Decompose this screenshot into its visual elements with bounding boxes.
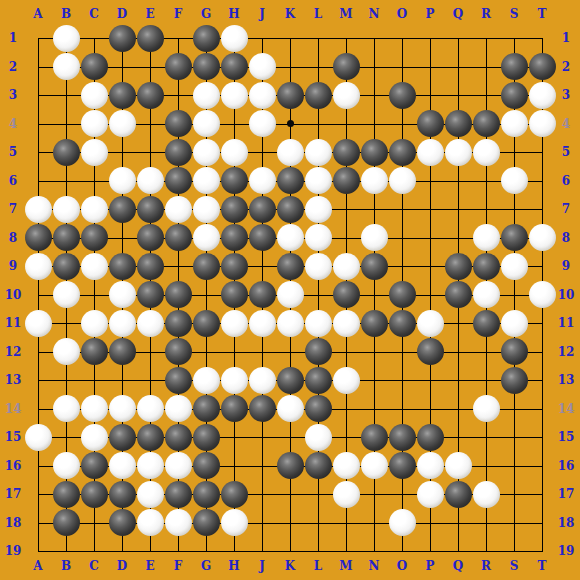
stone-white-E18[interactable] [137,509,164,536]
stone-white-T4[interactable] [529,110,556,137]
row-label-left-19: 19 [5,544,22,558]
row-label-right-13: 13 [558,373,575,387]
stone-black-E9[interactable] [137,253,164,280]
stone-black-G18[interactable] [193,509,220,536]
stone-white-N16[interactable] [361,452,388,479]
row-label-right-3: 3 [562,88,570,102]
stone-white-K11[interactable] [277,310,304,337]
stone-black-C2[interactable] [81,53,108,80]
stone-white-R5[interactable] [473,139,500,166]
col-label-bottom-J: J [259,559,265,573]
stone-white-C7[interactable] [81,196,108,223]
stone-black-D15[interactable] [109,424,136,451]
stone-white-Q5[interactable] [445,139,472,166]
stone-white-H3[interactable] [221,82,248,109]
stone-white-M17[interactable] [333,481,360,508]
stone-black-D7[interactable] [109,196,136,223]
stone-black-L3[interactable] [305,82,332,109]
stone-black-R4[interactable] [473,110,500,137]
stone-black-B17[interactable] [53,481,80,508]
row-label-right-11: 11 [558,316,575,330]
stone-white-B1[interactable] [53,25,80,52]
stone-white-L8[interactable] [305,224,332,251]
col-label-bottom-K: K [285,559,295,573]
row-label-right-10: 10 [558,288,575,302]
stone-black-N5[interactable] [361,139,388,166]
stone-white-K5[interactable] [277,139,304,166]
stone-black-H17[interactable] [221,481,248,508]
stone-black-L13[interactable] [305,367,332,394]
stone-white-E6[interactable] [137,167,164,194]
stone-black-F2[interactable] [165,53,192,80]
row-label-left-9: 9 [9,259,17,273]
col-label-top-E: E [145,7,154,21]
stone-white-D6[interactable] [109,167,136,194]
col-label-top-Q: Q [453,7,463,21]
stone-white-J6[interactable] [249,167,276,194]
stone-white-Q16[interactable] [445,452,472,479]
stone-black-M6[interactable] [333,167,360,194]
stone-black-S12[interactable] [501,338,528,365]
col-label-top-A: A [33,7,42,21]
stone-black-H2[interactable] [221,53,248,80]
stone-white-K10[interactable] [277,281,304,308]
col-label-bottom-Q: Q [453,559,463,573]
stone-black-B8[interactable] [53,224,80,251]
stone-white-L15[interactable] [305,424,332,451]
col-label-bottom-T: T [538,559,547,573]
stone-black-K9[interactable] [277,253,304,280]
stone-black-F12[interactable] [165,338,192,365]
stone-white-P11[interactable] [417,310,444,337]
stone-black-C17[interactable] [81,481,108,508]
stone-white-N6[interactable] [361,167,388,194]
stone-black-P4[interactable] [417,110,444,137]
stone-black-E3[interactable] [137,82,164,109]
row-label-right-12: 12 [558,345,575,359]
stone-white-D4[interactable] [109,110,136,137]
row-label-right-2: 2 [562,60,570,74]
stone-black-Q9[interactable] [445,253,472,280]
stone-white-D11[interactable] [109,310,136,337]
row-label-left-8: 8 [9,231,17,245]
col-label-top-T: T [538,7,547,21]
stone-white-E17[interactable] [137,481,164,508]
col-label-top-N: N [369,7,380,21]
stone-black-Q17[interactable] [445,481,472,508]
stone-white-B2[interactable] [53,53,80,80]
stone-black-B9[interactable] [53,253,80,280]
stone-black-L16[interactable] [305,452,332,479]
col-label-top-D: D [117,7,127,21]
stone-white-C3[interactable] [81,82,108,109]
stone-white-H11[interactable] [221,310,248,337]
row-label-right-14: 14 [558,402,575,416]
row-label-left-1: 1 [9,31,17,45]
col-label-top-S: S [510,7,519,21]
stone-white-T10[interactable] [529,281,556,308]
row-label-left-14: 14 [5,402,22,416]
stone-white-R10[interactable] [473,281,500,308]
stone-white-A11[interactable] [25,310,52,337]
col-label-top-L: L [314,7,322,21]
stone-black-L14[interactable] [305,395,332,422]
stone-white-S11[interactable] [501,310,528,337]
stone-black-B18[interactable] [53,509,80,536]
stone-white-J13[interactable] [249,367,276,394]
col-label-bottom-S: S [510,559,519,573]
stone-white-E16[interactable] [137,452,164,479]
stone-black-Q4[interactable] [445,110,472,137]
stone-white-J3[interactable] [249,82,276,109]
stone-white-G6[interactable] [193,167,220,194]
row-label-left-18: 18 [5,516,22,530]
stone-black-K13[interactable] [277,367,304,394]
row-label-right-6: 6 [562,174,570,188]
row-label-left-5: 5 [9,145,17,159]
stone-white-D14[interactable] [109,395,136,422]
stone-black-G15[interactable] [193,424,220,451]
col-label-bottom-C: C [89,559,99,573]
stone-white-A15[interactable] [25,424,52,451]
stone-white-M16[interactable] [333,452,360,479]
stone-white-H13[interactable] [221,367,248,394]
stone-black-S13[interactable] [501,367,528,394]
stone-black-F17[interactable] [165,481,192,508]
stone-black-F13[interactable] [165,367,192,394]
stone-black-R11[interactable] [473,310,500,337]
stone-black-M10[interactable] [333,281,360,308]
stone-black-M5[interactable] [333,139,360,166]
stone-white-H18[interactable] [221,509,248,536]
stone-white-M11[interactable] [333,310,360,337]
stone-black-M2[interactable] [333,53,360,80]
stone-white-L9[interactable] [305,253,332,280]
stone-white-T8[interactable] [529,224,556,251]
stone-white-B10[interactable] [53,281,80,308]
row-label-right-15: 15 [558,430,575,444]
stone-black-G17[interactable] [193,481,220,508]
col-label-top-B: B [61,7,71,21]
stone-white-P5[interactable] [417,139,444,166]
stone-black-F4[interactable] [165,110,192,137]
stone-white-P16[interactable] [417,452,444,479]
stone-black-D1[interactable] [109,25,136,52]
row-label-right-18: 18 [558,516,575,530]
stone-black-E15[interactable] [137,424,164,451]
stone-black-G14[interactable] [193,395,220,422]
stone-black-K7[interactable] [277,196,304,223]
stone-white-R17[interactable] [473,481,500,508]
stone-white-P17[interactable] [417,481,444,508]
stone-white-B14[interactable] [53,395,80,422]
grid-line-horizontal [38,551,543,552]
row-label-right-5: 5 [562,145,570,159]
stone-black-N11[interactable] [361,310,388,337]
stone-white-C5[interactable] [81,139,108,166]
stone-white-A7[interactable] [25,196,52,223]
stone-black-E8[interactable] [137,224,164,251]
stone-white-C9[interactable] [81,253,108,280]
stone-white-G8[interactable] [193,224,220,251]
stone-white-G5[interactable] [193,139,220,166]
row-label-right-9: 9 [562,259,570,273]
row-label-right-16: 16 [558,459,575,473]
stone-white-S6[interactable] [501,167,528,194]
row-label-right-17: 17 [558,487,575,501]
col-label-bottom-H: H [228,559,239,573]
stone-white-G3[interactable] [193,82,220,109]
col-label-top-C: C [89,7,99,21]
stone-black-S2[interactable] [501,53,528,80]
stone-black-K6[interactable] [277,167,304,194]
stone-black-E1[interactable] [137,25,164,52]
stone-black-C16[interactable] [81,452,108,479]
stone-white-R14[interactable] [473,395,500,422]
stone-white-F16[interactable] [165,452,192,479]
col-label-bottom-P: P [425,559,434,573]
stone-white-J4[interactable] [249,110,276,137]
row-label-right-7: 7 [562,202,570,216]
row-label-left-11: 11 [5,316,22,330]
row-label-left-6: 6 [9,174,17,188]
stone-black-F5[interactable] [165,139,192,166]
stone-white-A9[interactable] [25,253,52,280]
row-label-left-16: 16 [5,459,22,473]
col-label-top-R: R [481,7,491,21]
row-label-left-10: 10 [5,288,22,302]
stone-white-S9[interactable] [501,253,528,280]
stone-white-M3[interactable] [333,82,360,109]
col-label-bottom-G: G [201,559,211,573]
stone-black-G9[interactable] [193,253,220,280]
col-label-top-M: M [339,7,352,21]
stone-black-O15[interactable] [389,424,416,451]
stone-white-K8[interactable] [277,224,304,251]
col-label-bottom-M: M [339,559,352,573]
stone-white-G4[interactable] [193,110,220,137]
stone-white-L11[interactable] [305,310,332,337]
stone-white-D16[interactable] [109,452,136,479]
col-label-top-K: K [285,7,295,21]
stone-black-J14[interactable] [249,395,276,422]
stone-black-G11[interactable] [193,310,220,337]
stone-black-L12[interactable] [305,338,332,365]
row-label-left-7: 7 [9,202,17,216]
stone-black-F10[interactable] [165,281,192,308]
col-label-bottom-D: D [117,559,127,573]
stone-white-H1[interactable] [221,25,248,52]
row-label-right-8: 8 [562,231,570,245]
row-label-left-3: 3 [9,88,17,102]
stone-black-C12[interactable] [81,338,108,365]
stone-black-D12[interactable] [109,338,136,365]
stone-black-A8[interactable] [25,224,52,251]
col-label-bottom-E: E [145,559,154,573]
stone-black-R9[interactable] [473,253,500,280]
stone-white-C15[interactable] [81,424,108,451]
row-label-left-2: 2 [9,60,17,74]
stone-black-G16[interactable] [193,452,220,479]
stone-white-F7[interactable] [165,196,192,223]
stone-white-J11[interactable] [249,310,276,337]
stone-black-D3[interactable] [109,82,136,109]
stone-white-M9[interactable] [333,253,360,280]
stone-white-L7[interactable] [305,196,332,223]
stone-white-C14[interactable] [81,395,108,422]
stone-white-G13[interactable] [193,367,220,394]
stone-black-Q10[interactable] [445,281,472,308]
stone-white-J2[interactable] [249,53,276,80]
stone-black-K3[interactable] [277,82,304,109]
col-label-bottom-R: R [481,559,491,573]
stone-white-L5[interactable] [305,139,332,166]
stone-black-F15[interactable] [165,424,192,451]
stone-black-G1[interactable] [193,25,220,52]
stone-white-O18[interactable] [389,509,416,536]
stone-black-O11[interactable] [389,310,416,337]
stone-black-E7[interactable] [137,196,164,223]
col-label-bottom-O: O [397,559,407,573]
stone-white-B16[interactable] [53,452,80,479]
stone-black-H10[interactable] [221,281,248,308]
col-label-bottom-N: N [369,559,380,573]
col-label-bottom-F: F [174,559,183,573]
row-label-left-15: 15 [5,430,22,444]
stone-black-F8[interactable] [165,224,192,251]
stone-white-T3[interactable] [529,82,556,109]
col-label-top-J: J [259,7,265,21]
stone-white-F14[interactable] [165,395,192,422]
stone-white-O6[interactable] [389,167,416,194]
stone-black-O16[interactable] [389,452,416,479]
go-board[interactable]: AABBCCDDEEFFGGHHJJKKLLMMNNOOPPQQRRSSTT11… [0,0,580,580]
stone-black-B5[interactable] [53,139,80,166]
stone-white-E11[interactable] [137,310,164,337]
stone-white-C4[interactable] [81,110,108,137]
stone-black-D9[interactable] [109,253,136,280]
stone-black-H8[interactable] [221,224,248,251]
stone-black-F11[interactable] [165,310,192,337]
stone-white-B7[interactable] [53,196,80,223]
stone-black-H7[interactable] [221,196,248,223]
stone-black-T2[interactable] [529,53,556,80]
stone-white-K14[interactable] [277,395,304,422]
stone-black-G2[interactable] [193,53,220,80]
stone-black-N15[interactable] [361,424,388,451]
stone-black-H14[interactable] [221,395,248,422]
row-label-right-1: 1 [562,31,570,45]
stone-black-J7[interactable] [249,196,276,223]
stone-black-O10[interactable] [389,281,416,308]
stone-white-B12[interactable] [53,338,80,365]
stone-black-N9[interactable] [361,253,388,280]
stone-white-E14[interactable] [137,395,164,422]
stone-white-D10[interactable] [109,281,136,308]
col-label-bottom-B: B [61,559,71,573]
stone-black-D17[interactable] [109,481,136,508]
stone-white-S4[interactable] [501,110,528,137]
stone-black-H9[interactable] [221,253,248,280]
stone-white-G7[interactable] [193,196,220,223]
row-label-left-4: 4 [9,117,17,131]
col-label-top-G: G [201,7,211,21]
stone-white-L6[interactable] [305,167,332,194]
stone-white-H5[interactable] [221,139,248,166]
stone-black-P12[interactable] [417,338,444,365]
stone-white-R8[interactable] [473,224,500,251]
stone-white-C11[interactable] [81,310,108,337]
col-label-top-P: P [425,7,434,21]
stone-white-M13[interactable] [333,367,360,394]
stone-white-F18[interactable] [165,509,192,536]
col-label-top-O: O [397,7,407,21]
stone-black-O5[interactable] [389,139,416,166]
star-point [287,120,294,127]
stone-black-P15[interactable] [417,424,444,451]
row-label-right-4: 4 [562,117,570,131]
row-label-left-13: 13 [5,373,22,387]
col-label-top-H: H [228,7,239,21]
stone-black-J8[interactable] [249,224,276,251]
stone-black-S3[interactable] [501,82,528,109]
stone-black-H6[interactable] [221,167,248,194]
stone-black-F6[interactable] [165,167,192,194]
stone-black-O3[interactable] [389,82,416,109]
stone-black-K16[interactable] [277,452,304,479]
row-label-left-17: 17 [5,487,22,501]
stone-black-C8[interactable] [81,224,108,251]
stone-black-D18[interactable] [109,509,136,536]
row-label-right-19: 19 [558,544,575,558]
col-label-top-F: F [174,7,183,21]
stone-white-N8[interactable] [361,224,388,251]
stone-black-J10[interactable] [249,281,276,308]
col-label-bottom-A: A [33,559,42,573]
stone-black-E10[interactable] [137,281,164,308]
stone-black-S8[interactable] [501,224,528,251]
col-label-bottom-L: L [314,559,322,573]
row-label-left-12: 12 [5,345,22,359]
